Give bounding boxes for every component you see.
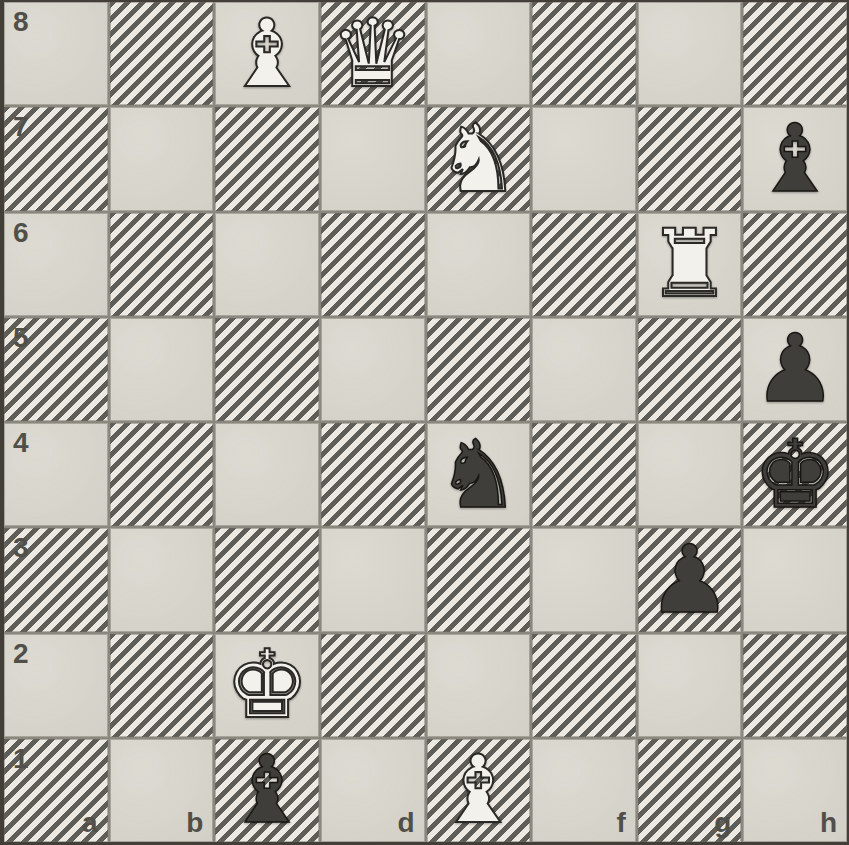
square-g4[interactable] [638, 423, 742, 526]
file-label-d: d [397, 807, 414, 839]
file-label-g: g [714, 807, 731, 839]
square-g3[interactable]: ♟ [638, 528, 742, 631]
square-d3[interactable] [321, 528, 425, 631]
square-h1[interactable]: h [743, 739, 847, 842]
square-g7[interactable] [638, 107, 742, 210]
square-e2[interactable] [427, 634, 531, 737]
square-c5[interactable] [215, 318, 319, 421]
square-c3[interactable] [215, 528, 319, 631]
rank-label-1: 1 [13, 743, 29, 775]
square-d2[interactable] [321, 634, 425, 737]
square-b7[interactable] [110, 107, 214, 210]
square-e5[interactable] [427, 318, 531, 421]
square-d1[interactable]: d [321, 739, 425, 842]
square-a4[interactable]: 4 [4, 423, 108, 526]
square-b5[interactable] [110, 318, 214, 421]
square-a8[interactable]: 8 [4, 2, 108, 105]
white-bishop-piece: ♝ [225, 7, 309, 101]
square-b6[interactable] [110, 213, 214, 316]
square-d4[interactable] [321, 423, 425, 526]
square-e7[interactable]: ♞ [427, 107, 531, 210]
square-c7[interactable] [215, 107, 319, 210]
rank-label-5: 5 [13, 322, 29, 354]
square-f4[interactable] [532, 423, 636, 526]
file-label-h: h [820, 807, 837, 839]
square-b8[interactable] [110, 2, 214, 105]
square-g5[interactable] [638, 318, 742, 421]
black-knight-piece: ♞ [436, 428, 520, 522]
square-f7[interactable] [532, 107, 636, 210]
square-e4[interactable]: ♞ [427, 423, 531, 526]
square-d6[interactable] [321, 213, 425, 316]
square-d5[interactable] [321, 318, 425, 421]
white-rook-piece: ♜ [647, 217, 731, 311]
square-h2[interactable] [743, 634, 847, 737]
file-label-f: f [616, 807, 625, 839]
square-e6[interactable] [427, 213, 531, 316]
square-g6[interactable]: ♜ [638, 213, 742, 316]
white-king-piece: ♚ [225, 638, 309, 732]
square-a6[interactable]: 6 [4, 213, 108, 316]
square-h6[interactable] [743, 213, 847, 316]
square-f2[interactable] [532, 634, 636, 737]
square-g8[interactable] [638, 2, 742, 105]
black-king-piece: ♚ [753, 428, 837, 522]
white-bishop-piece: ♝ [436, 743, 520, 837]
black-pawn-piece: ♟ [647, 533, 731, 627]
square-d8[interactable]: ♛ [321, 2, 425, 105]
rank-label-3: 3 [13, 532, 29, 564]
rank-label-6: 6 [13, 217, 29, 249]
square-h7[interactable]: ♝ [743, 107, 847, 210]
rank-label-2: 2 [13, 638, 29, 670]
square-f3[interactable] [532, 528, 636, 631]
square-c6[interactable] [215, 213, 319, 316]
square-b2[interactable] [110, 634, 214, 737]
black-bishop-piece: ♝ [225, 743, 309, 837]
square-f1[interactable]: f [532, 739, 636, 842]
black-bishop-piece: ♝ [753, 112, 837, 206]
square-g2[interactable] [638, 634, 742, 737]
square-b1[interactable]: b [110, 739, 214, 842]
square-h8[interactable] [743, 2, 847, 105]
square-c2[interactable]: ♚ [215, 634, 319, 737]
square-c8[interactable]: ♝ [215, 2, 319, 105]
square-a5[interactable]: 5 [4, 318, 108, 421]
square-b4[interactable] [110, 423, 214, 526]
black-pawn-piece: ♟ [753, 322, 837, 416]
square-f8[interactable] [532, 2, 636, 105]
square-e3[interactable] [427, 528, 531, 631]
square-f6[interactable] [532, 213, 636, 316]
square-e1[interactable]: e♝ [427, 739, 531, 842]
white-queen-piece: ♛ [331, 7, 415, 101]
square-e8[interactable] [427, 2, 531, 105]
square-a3[interactable]: 3 [4, 528, 108, 631]
square-a1[interactable]: 1a [4, 739, 108, 842]
rank-label-7: 7 [13, 111, 29, 143]
square-b3[interactable] [110, 528, 214, 631]
square-h3[interactable] [743, 528, 847, 631]
square-h4[interactable]: ♚ [743, 423, 847, 526]
square-h5[interactable]: ♟ [743, 318, 847, 421]
square-c1[interactable]: c♝ [215, 739, 319, 842]
chess-diagram: 8♝♛7♞♝6♜5♟4♞♚3♟2♚1abc♝de♝fgh [0, 0, 849, 845]
rank-label-4: 4 [13, 427, 29, 459]
file-label-a: a [82, 807, 98, 839]
square-c4[interactable] [215, 423, 319, 526]
rank-label-8: 8 [13, 6, 29, 38]
square-g1[interactable]: g [638, 739, 742, 842]
square-a2[interactable]: 2 [4, 634, 108, 737]
square-f5[interactable] [532, 318, 636, 421]
chess-board: 8♝♛7♞♝6♜5♟4♞♚3♟2♚1abc♝de♝fgh [0, 0, 849, 845]
white-knight-piece: ♞ [436, 112, 520, 206]
file-label-b: b [186, 807, 203, 839]
square-a7[interactable]: 7 [4, 107, 108, 210]
square-d7[interactable] [321, 107, 425, 210]
